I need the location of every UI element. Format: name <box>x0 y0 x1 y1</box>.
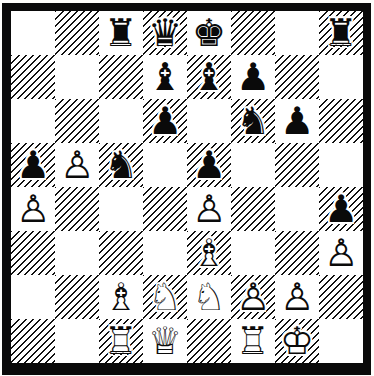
square-e3: ♝♗ <box>187 231 231 275</box>
white-knight-e2: ♞♘ <box>187 275 231 319</box>
square-h8: ♜ <box>319 11 363 55</box>
white-pawn-a4: ♟♙ <box>11 187 55 231</box>
square-h7 <box>319 55 363 99</box>
square-b6 <box>55 99 99 143</box>
square-d7: ♝ <box>143 55 187 99</box>
square-b4 <box>55 187 99 231</box>
white-rook-c1: ♜♖ <box>99 319 143 363</box>
square-f4 <box>231 187 275 231</box>
square-a5: ♟ <box>11 143 55 187</box>
square-b8 <box>55 11 99 55</box>
diagram-frame: ♜♛♚♜♝♝♟♟♞♟♟♟♙♞♟♟♙♟♙♟♝♗♟♙♝♗♞♘♞♘♟♙♟♙♜♖♛♕♜♖… <box>2 3 371 375</box>
square-c3 <box>99 231 143 275</box>
piece-outline: ♗ <box>99 275 143 319</box>
black-knight-c5: ♞ <box>99 143 143 187</box>
black-knight-f6: ♞ <box>231 99 275 143</box>
white-bishop-e3: ♝♗ <box>187 231 231 275</box>
white-pawn-f2: ♟♙ <box>231 275 275 319</box>
white-bishop-c2: ♝♗ <box>99 275 143 319</box>
square-a3 <box>11 231 55 275</box>
white-knight-d2: ♞♘ <box>143 275 187 319</box>
square-d3 <box>143 231 187 275</box>
square-c2: ♝♗ <box>99 275 143 319</box>
square-g3 <box>275 231 319 275</box>
square-h5 <box>319 143 363 187</box>
square-e4: ♟♙ <box>187 187 231 231</box>
square-g1: ♚♔ <box>275 319 319 363</box>
square-g8 <box>275 11 319 55</box>
square-c6 <box>99 99 143 143</box>
square-h2 <box>319 275 363 319</box>
square-c4 <box>99 187 143 231</box>
square-d6: ♟ <box>143 99 187 143</box>
square-g2: ♟♙ <box>275 275 319 319</box>
white-pawn-g2: ♟♙ <box>275 275 319 319</box>
white-pawn-h3: ♟♙ <box>319 231 363 275</box>
square-e5: ♟ <box>187 143 231 187</box>
square-g5 <box>275 143 319 187</box>
piece-outline: ♙ <box>231 275 275 319</box>
square-h3: ♟♙ <box>319 231 363 275</box>
square-a8 <box>11 11 55 55</box>
white-king-g1: ♚♔ <box>275 319 319 363</box>
square-c1: ♜♖ <box>99 319 143 363</box>
square-a2 <box>11 275 55 319</box>
square-g7 <box>275 55 319 99</box>
square-b1 <box>55 319 99 363</box>
black-pawn-h4: ♟ <box>319 187 363 231</box>
piece-outline: ♘ <box>143 275 187 319</box>
square-h6 <box>319 99 363 143</box>
square-d1: ♛♕ <box>143 319 187 363</box>
square-a6 <box>11 99 55 143</box>
square-b5: ♟♙ <box>55 143 99 187</box>
black-pawn-a5: ♟ <box>11 143 55 187</box>
square-f5 <box>231 143 275 187</box>
square-d2: ♞♘ <box>143 275 187 319</box>
piece-outline: ♕ <box>143 319 187 363</box>
square-e6 <box>187 99 231 143</box>
chess-board: ♜♛♚♜♝♝♟♟♞♟♟♟♙♞♟♟♙♟♙♟♝♗♟♙♝♗♞♘♞♘♟♙♟♙♜♖♛♕♜♖… <box>11 11 363 363</box>
black-queen-d8: ♛ <box>143 11 187 55</box>
square-h1 <box>319 319 363 363</box>
square-h4: ♟ <box>319 187 363 231</box>
black-bishop-e7: ♝ <box>187 55 231 99</box>
scanned-page: ♜♛♚♜♝♝♟♟♞♟♟♟♙♞♟♟♙♟♙♟♝♗♟♙♝♗♞♘♞♘♟♙♟♙♜♖♛♕♜♖… <box>0 0 374 376</box>
piece-outline: ♙ <box>187 187 231 231</box>
black-pawn-e5: ♟ <box>187 143 231 187</box>
square-d4 <box>143 187 187 231</box>
square-f7: ♟ <box>231 55 275 99</box>
square-f6: ♞ <box>231 99 275 143</box>
piece-outline: ♙ <box>319 231 363 275</box>
white-pawn-b5: ♟♙ <box>55 143 99 187</box>
piece-outline: ♖ <box>231 319 275 363</box>
square-a1 <box>11 319 55 363</box>
white-pawn-e4: ♟♙ <box>187 187 231 231</box>
piece-outline: ♖ <box>99 319 143 363</box>
piece-outline: ♙ <box>55 143 99 187</box>
square-e1 <box>187 319 231 363</box>
square-g4 <box>275 187 319 231</box>
black-rook-h8: ♜ <box>319 11 363 55</box>
square-a7 <box>11 55 55 99</box>
square-a4: ♟♙ <box>11 187 55 231</box>
square-d5 <box>143 143 187 187</box>
square-f8 <box>231 11 275 55</box>
black-pawn-d6: ♟ <box>143 99 187 143</box>
piece-outline: ♘ <box>187 275 231 319</box>
white-rook-f1: ♜♖ <box>231 319 275 363</box>
piece-outline: ♙ <box>275 275 319 319</box>
square-c5: ♞ <box>99 143 143 187</box>
piece-outline: ♗ <box>187 231 231 275</box>
white-queen-d1: ♛♕ <box>143 319 187 363</box>
square-b3 <box>55 231 99 275</box>
piece-outline: ♔ <box>275 319 319 363</box>
square-b7 <box>55 55 99 99</box>
square-e8: ♚ <box>187 11 231 55</box>
black-rook-c8: ♜ <box>99 11 143 55</box>
square-e7: ♝ <box>187 55 231 99</box>
black-bishop-d7: ♝ <box>143 55 187 99</box>
black-king-e8: ♚ <box>187 11 231 55</box>
black-pawn-g6: ♟ <box>275 99 319 143</box>
square-f1: ♜♖ <box>231 319 275 363</box>
black-pawn-f7: ♟ <box>231 55 275 99</box>
square-e2: ♞♘ <box>187 275 231 319</box>
square-c8: ♜ <box>99 11 143 55</box>
square-c7 <box>99 55 143 99</box>
square-d8: ♛ <box>143 11 187 55</box>
square-f3 <box>231 231 275 275</box>
square-f2: ♟♙ <box>231 275 275 319</box>
piece-outline: ♙ <box>11 187 55 231</box>
square-b2 <box>55 275 99 319</box>
square-g6: ♟ <box>275 99 319 143</box>
